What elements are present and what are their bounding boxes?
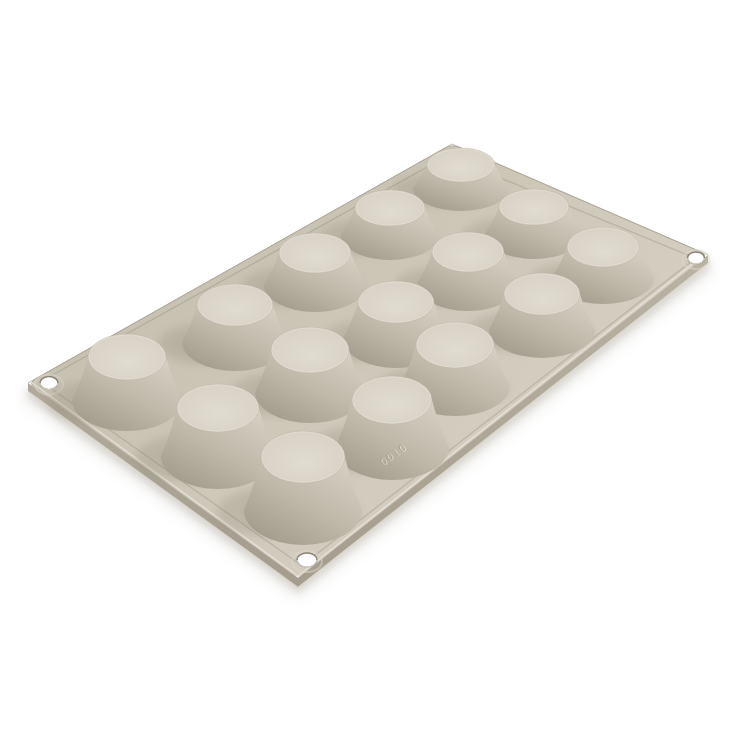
cavity-top bbox=[427, 148, 495, 182]
cavity-top bbox=[499, 189, 569, 225]
cavity-top bbox=[352, 376, 432, 424]
mold-illustration: 00100010 bbox=[0, 0, 750, 750]
cavity-top bbox=[279, 233, 351, 273]
cavity-top bbox=[504, 273, 580, 315]
cavity-top bbox=[261, 431, 345, 483]
cavity-top bbox=[271, 327, 349, 373]
cavity-top bbox=[197, 284, 273, 326]
cavity-top bbox=[416, 322, 494, 368]
product-photo: 00100010 bbox=[0, 0, 750, 750]
cavity-top bbox=[355, 190, 425, 226]
cavity-top bbox=[432, 232, 504, 272]
cavity-top bbox=[567, 227, 639, 267]
cavity-top bbox=[88, 334, 166, 380]
cavity-top bbox=[177, 384, 259, 432]
cavity-top bbox=[358, 281, 434, 323]
